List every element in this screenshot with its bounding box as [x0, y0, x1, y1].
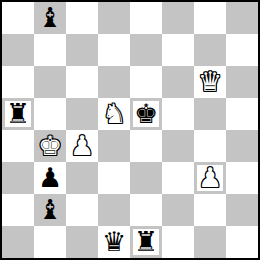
- square-b1[interactable]: [34, 226, 66, 258]
- square-c8[interactable]: [66, 2, 98, 34]
- square-e4[interactable]: [130, 130, 162, 162]
- square-e5[interactable]: ♚: [130, 98, 162, 130]
- black-bishop-b2[interactable]: ♝: [38, 194, 62, 226]
- square-a3[interactable]: [2, 162, 34, 194]
- black-rook-e1[interactable]: ♜: [134, 226, 158, 258]
- square-g4[interactable]: [194, 130, 226, 162]
- square-f6[interactable]: [162, 66, 194, 98]
- square-a6[interactable]: [2, 66, 34, 98]
- square-e8[interactable]: [130, 2, 162, 34]
- square-f7[interactable]: [162, 34, 194, 66]
- square-d8[interactable]: [98, 2, 130, 34]
- square-d2[interactable]: [98, 194, 130, 226]
- square-h5[interactable]: [226, 98, 258, 130]
- black-queen-d1[interactable]: ♛: [102, 226, 126, 258]
- square-d7[interactable]: [98, 34, 130, 66]
- square-d5[interactable]: ♞: [98, 98, 130, 130]
- square-d6[interactable]: [98, 66, 130, 98]
- white-queen-g6[interactable]: ♛: [198, 66, 222, 98]
- square-a2[interactable]: [2, 194, 34, 226]
- square-a5[interactable]: ♜: [2, 98, 34, 130]
- square-h7[interactable]: [226, 34, 258, 66]
- black-pawn-b3[interactable]: ♟: [38, 162, 62, 194]
- square-b4[interactable]: ♚: [34, 130, 66, 162]
- square-h4[interactable]: [226, 130, 258, 162]
- square-g5[interactable]: [194, 98, 226, 130]
- chess-board-frame: ♝♛♜♞♚♚♟♟♟♝♛♜: [0, 0, 260, 260]
- white-pawn-c4[interactable]: ♟: [70, 130, 94, 162]
- square-g6[interactable]: ♛: [194, 66, 226, 98]
- square-f3[interactable]: [162, 162, 194, 194]
- square-a4[interactable]: [2, 130, 34, 162]
- square-d1[interactable]: ♛: [98, 226, 130, 258]
- square-f4[interactable]: [162, 130, 194, 162]
- black-king-e5[interactable]: ♚: [134, 98, 158, 130]
- square-d4[interactable]: [98, 130, 130, 162]
- square-g3[interactable]: ♟: [194, 162, 226, 194]
- square-f8[interactable]: [162, 2, 194, 34]
- chess-board: ♝♛♜♞♚♚♟♟♟♝♛♜: [2, 2, 258, 258]
- square-a1[interactable]: [2, 226, 34, 258]
- square-e1[interactable]: ♜: [130, 226, 162, 258]
- square-c6[interactable]: [66, 66, 98, 98]
- square-h8[interactable]: [226, 2, 258, 34]
- square-e3[interactable]: [130, 162, 162, 194]
- square-b2[interactable]: ♝: [34, 194, 66, 226]
- square-c3[interactable]: [66, 162, 98, 194]
- square-g1[interactable]: [194, 226, 226, 258]
- square-g7[interactable]: [194, 34, 226, 66]
- square-h2[interactable]: [226, 194, 258, 226]
- square-g2[interactable]: [194, 194, 226, 226]
- white-king-b4[interactable]: ♚: [38, 130, 62, 162]
- square-f1[interactable]: [162, 226, 194, 258]
- black-bishop-b8[interactable]: ♝: [38, 2, 62, 34]
- square-a8[interactable]: [2, 2, 34, 34]
- square-f5[interactable]: [162, 98, 194, 130]
- square-b6[interactable]: [34, 66, 66, 98]
- white-knight-d5[interactable]: ♞: [102, 98, 126, 130]
- square-h6[interactable]: [226, 66, 258, 98]
- square-f2[interactable]: [162, 194, 194, 226]
- square-b3[interactable]: ♟: [34, 162, 66, 194]
- square-h1[interactable]: [226, 226, 258, 258]
- square-c5[interactable]: [66, 98, 98, 130]
- square-e6[interactable]: [130, 66, 162, 98]
- black-rook-a5[interactable]: ♜: [6, 98, 30, 130]
- square-b5[interactable]: [34, 98, 66, 130]
- square-e2[interactable]: [130, 194, 162, 226]
- square-c4[interactable]: ♟: [66, 130, 98, 162]
- square-b8[interactable]: ♝: [34, 2, 66, 34]
- square-g8[interactable]: [194, 2, 226, 34]
- square-a7[interactable]: [2, 34, 34, 66]
- square-b7[interactable]: [34, 34, 66, 66]
- square-c7[interactable]: [66, 34, 98, 66]
- square-c2[interactable]: [66, 194, 98, 226]
- square-e7[interactable]: [130, 34, 162, 66]
- square-c1[interactable]: [66, 226, 98, 258]
- white-pawn-g3[interactable]: ♟: [198, 162, 222, 194]
- square-d3[interactable]: [98, 162, 130, 194]
- square-h3[interactable]: [226, 162, 258, 194]
